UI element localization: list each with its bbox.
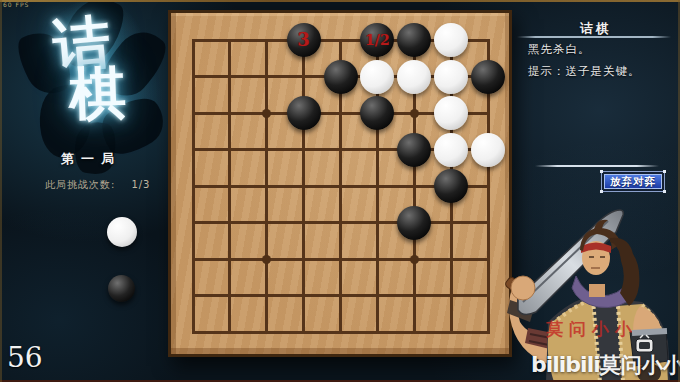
challenge-count: 此局挑战次数:1/3 xyxy=(45,178,150,192)
star-point xyxy=(410,255,419,264)
panel-divider xyxy=(517,36,671,38)
move-number-label: 1/2 xyxy=(360,32,394,49)
move-number-label: 3 xyxy=(287,29,321,51)
button-corner-ornament xyxy=(600,190,603,193)
puzzle-objective: 黑先杀白。 xyxy=(528,42,591,57)
challenge-label: 此局挑战次数: xyxy=(45,179,115,190)
warrior-fist xyxy=(511,276,535,300)
button-corner-ornament xyxy=(600,170,603,173)
grid-line-horizontal xyxy=(192,294,490,297)
white-stone xyxy=(434,133,468,167)
black-stone xyxy=(360,96,394,130)
give-up-button[interactable]: 放弃对弈 xyxy=(604,174,662,189)
tray-black-stone xyxy=(108,275,135,302)
black-stone xyxy=(471,60,505,94)
bilibili-logo-text: bilibili xyxy=(531,352,600,377)
ink-calligraphy-panel: 诘 棋 xyxy=(5,2,175,152)
white-stone xyxy=(434,96,468,130)
star-point xyxy=(410,109,419,118)
panel-divider xyxy=(535,165,659,167)
grid-line-horizontal xyxy=(192,221,490,224)
frame-edge-left xyxy=(0,0,2,382)
tray-white-stone xyxy=(107,217,137,247)
bilibili-watermark: bilibili莫问小小 xyxy=(531,351,680,379)
black-stone xyxy=(287,96,321,130)
white-stone xyxy=(434,23,468,57)
game-screen: 60 FPS 诘 棋 第一局 此局挑战次数:1/3 56 31/2 诘棋 黑先杀… xyxy=(0,0,680,382)
black-stone xyxy=(397,206,431,240)
button-corner-ornament xyxy=(663,190,666,193)
white-stone xyxy=(360,60,394,94)
red-watermark: 莫问小小 xyxy=(546,318,638,341)
puzzle-hint: 提示：送子是关键。 xyxy=(528,64,641,79)
white-stone xyxy=(471,133,505,167)
black-stone xyxy=(324,60,358,94)
channel-name: 莫问小小 xyxy=(600,353,680,377)
star-point xyxy=(262,255,271,264)
give-up-button-frame: 放弃对弈 xyxy=(601,171,665,192)
black-stone xyxy=(434,169,468,203)
white-stone xyxy=(397,60,431,94)
black-stone xyxy=(397,133,431,167)
black-stone xyxy=(397,23,431,57)
grid-line-horizontal xyxy=(192,258,490,261)
challenge-value: 1/3 xyxy=(131,179,150,190)
white-stone xyxy=(434,60,468,94)
move-counter: 56 xyxy=(7,341,43,374)
calligraphy-title-char2: 棋 xyxy=(68,63,127,122)
frame-edge-top xyxy=(0,0,680,2)
go-board[interactable]: 31/2 xyxy=(168,10,512,357)
star-point xyxy=(262,109,271,118)
grid-line-horizontal xyxy=(192,331,490,334)
round-label: 第一局 xyxy=(38,150,144,168)
button-corner-ornament xyxy=(663,170,666,173)
